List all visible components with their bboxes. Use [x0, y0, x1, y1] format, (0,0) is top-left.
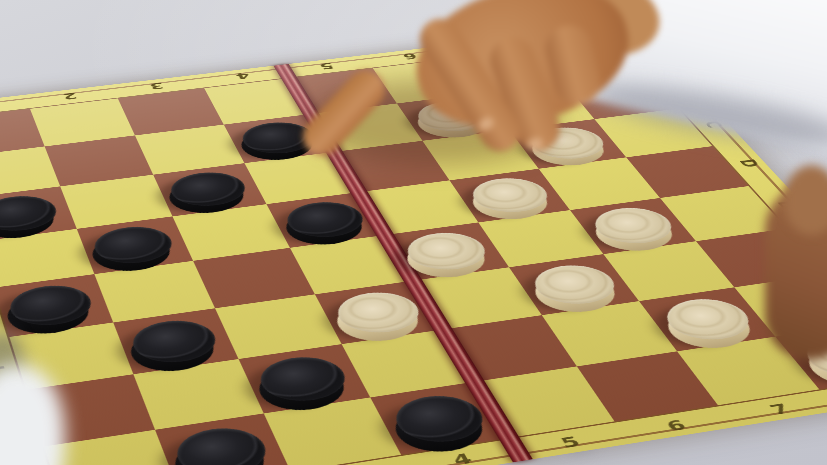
- coordinate-top-6: 6: [400, 51, 419, 61]
- coordinate-right-D: D: [734, 158, 763, 168]
- coordinate-top-2: 2: [61, 91, 79, 102]
- coordinate-top-5: 5: [317, 61, 336, 71]
- coordinate-bottom-5: 5: [557, 433, 583, 451]
- coordinate-top-4: 4: [233, 71, 251, 81]
- coordinate-bottom-6: 6: [663, 417, 690, 434]
- photo-stage: 1122334455667788AABBCCDDEEFFGGHH: [0, 0, 827, 465]
- coordinate-bottom-7: 7: [766, 401, 793, 418]
- coordinate-top-3: 3: [148, 81, 166, 92]
- coordinate-bottom-4: 4: [449, 450, 475, 465]
